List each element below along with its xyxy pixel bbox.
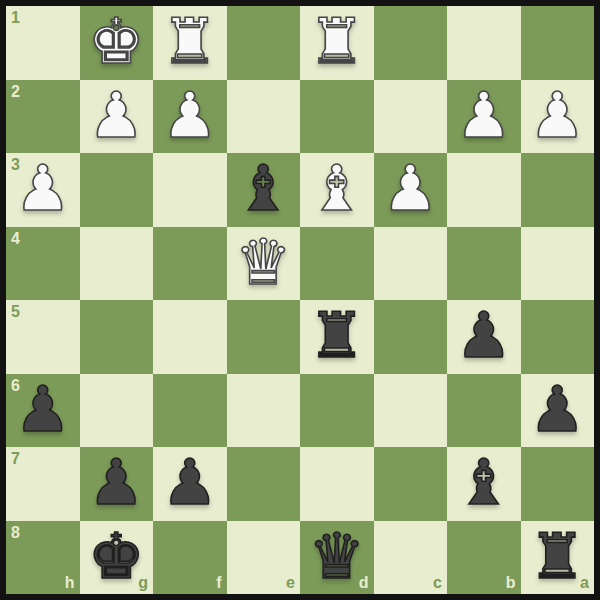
square-f8[interactable]: f (153, 521, 227, 595)
square-c8[interactable]: c (374, 521, 448, 595)
white-queen-e4[interactable]: ♛ (235, 231, 291, 294)
square-g1[interactable]: ♚ (80, 6, 154, 80)
square-c7[interactable] (374, 447, 448, 521)
square-a5[interactable] (521, 300, 595, 374)
square-f5[interactable] (153, 300, 227, 374)
square-e6[interactable] (227, 374, 301, 448)
square-b4[interactable] (447, 227, 521, 301)
square-b5[interactable]: ♟ (447, 300, 521, 374)
white-pawn-f2[interactable]: ♟ (162, 84, 218, 147)
square-d1[interactable]: ♜ (300, 6, 374, 80)
square-g3[interactable] (80, 153, 154, 227)
square-e5[interactable] (227, 300, 301, 374)
square-d3[interactable]: ♝ (300, 153, 374, 227)
white-pawn-a2[interactable]: ♟ (529, 84, 585, 147)
black-pawn-a6[interactable]: ♟ (529, 378, 585, 441)
square-f6[interactable] (153, 374, 227, 448)
square-f2[interactable]: ♟ (153, 80, 227, 154)
white-rook-f1[interactable]: ♜ (162, 10, 218, 73)
rank-label-7: 7 (11, 451, 20, 467)
square-g7[interactable]: ♟ (80, 447, 154, 521)
square-g2[interactable]: ♟ (80, 80, 154, 154)
square-g4[interactable] (80, 227, 154, 301)
black-king-g8[interactable]: ♚ (88, 525, 144, 588)
white-rook-d1[interactable]: ♜ (309, 10, 365, 73)
rank-label-5: 5 (11, 304, 20, 320)
square-a2[interactable]: ♟ (521, 80, 595, 154)
square-f3[interactable] (153, 153, 227, 227)
square-c6[interactable] (374, 374, 448, 448)
rank-label-8: 8 (11, 525, 20, 541)
square-h1[interactable]: 1 (6, 6, 80, 80)
square-g6[interactable] (80, 374, 154, 448)
square-b1[interactable] (447, 6, 521, 80)
black-queen-d8[interactable]: ♛ (309, 525, 365, 588)
square-h5[interactable]: 5 (6, 300, 80, 374)
square-c5[interactable] (374, 300, 448, 374)
square-e3[interactable]: ♝ (227, 153, 301, 227)
square-h7[interactable]: 7 (6, 447, 80, 521)
square-c1[interactable] (374, 6, 448, 80)
square-a3[interactable] (521, 153, 595, 227)
square-c3[interactable]: ♟ (374, 153, 448, 227)
white-king-g1[interactable]: ♚ (88, 10, 144, 73)
square-c4[interactable] (374, 227, 448, 301)
rank-label-2: 2 (11, 84, 20, 100)
square-h3[interactable]: 3♟ (6, 153, 80, 227)
square-c2[interactable] (374, 80, 448, 154)
file-label-f: f (216, 575, 221, 591)
chess-board: 1♚♜♜2♟♟♟♟3♟♝♝♟4♛5♜♟6♟♟7♟♟♝8hg♚fed♛cba♜ (6, 6, 594, 594)
square-a8[interactable]: a♜ (521, 521, 595, 595)
square-e7[interactable] (227, 447, 301, 521)
square-d6[interactable] (300, 374, 374, 448)
black-pawn-h6[interactable]: ♟ (15, 378, 71, 441)
square-f1[interactable]: ♜ (153, 6, 227, 80)
file-label-c: c (433, 575, 442, 591)
rank-label-4: 4 (11, 231, 20, 247)
square-b8[interactable]: b (447, 521, 521, 595)
black-bishop-e3[interactable]: ♝ (235, 157, 291, 220)
white-pawn-h3[interactable]: ♟ (15, 157, 71, 220)
square-e4[interactable]: ♛ (227, 227, 301, 301)
square-d2[interactable] (300, 80, 374, 154)
square-h8[interactable]: 8h (6, 521, 80, 595)
square-a6[interactable]: ♟ (521, 374, 595, 448)
square-a1[interactable] (521, 6, 595, 80)
square-h2[interactable]: 2 (6, 80, 80, 154)
black-pawn-f7[interactable]: ♟ (162, 451, 218, 514)
chess-board-frame: 1♚♜♜2♟♟♟♟3♟♝♝♟4♛5♜♟6♟♟7♟♟♝8hg♚fed♛cba♜ (0, 0, 600, 600)
square-d5[interactable]: ♜ (300, 300, 374, 374)
black-bishop-b7[interactable]: ♝ (456, 451, 512, 514)
square-b6[interactable] (447, 374, 521, 448)
white-pawn-c3[interactable]: ♟ (382, 157, 438, 220)
square-h4[interactable]: 4 (6, 227, 80, 301)
square-d4[interactable] (300, 227, 374, 301)
file-label-b: b (506, 575, 516, 591)
square-e8[interactable]: e (227, 521, 301, 595)
square-g8[interactable]: g♚ (80, 521, 154, 595)
square-f4[interactable] (153, 227, 227, 301)
black-rook-d5[interactable]: ♜ (309, 304, 365, 367)
square-h6[interactable]: 6♟ (6, 374, 80, 448)
file-label-e: e (286, 575, 295, 591)
square-b2[interactable]: ♟ (447, 80, 521, 154)
square-b7[interactable]: ♝ (447, 447, 521, 521)
black-pawn-b5[interactable]: ♟ (456, 304, 512, 367)
square-e2[interactable] (227, 80, 301, 154)
square-g5[interactable] (80, 300, 154, 374)
square-d7[interactable] (300, 447, 374, 521)
rank-label-1: 1 (11, 10, 20, 26)
white-pawn-b2[interactable]: ♟ (456, 84, 512, 147)
black-rook-a8[interactable]: ♜ (529, 525, 585, 588)
square-a4[interactable] (521, 227, 595, 301)
square-e1[interactable] (227, 6, 301, 80)
square-b3[interactable] (447, 153, 521, 227)
square-a7[interactable] (521, 447, 595, 521)
black-pawn-g7[interactable]: ♟ (88, 451, 144, 514)
white-pawn-g2[interactable]: ♟ (88, 84, 144, 147)
white-bishop-d3[interactable]: ♝ (309, 157, 365, 220)
square-d8[interactable]: d♛ (300, 521, 374, 595)
square-f7[interactable]: ♟ (153, 447, 227, 521)
file-label-h: h (65, 575, 75, 591)
